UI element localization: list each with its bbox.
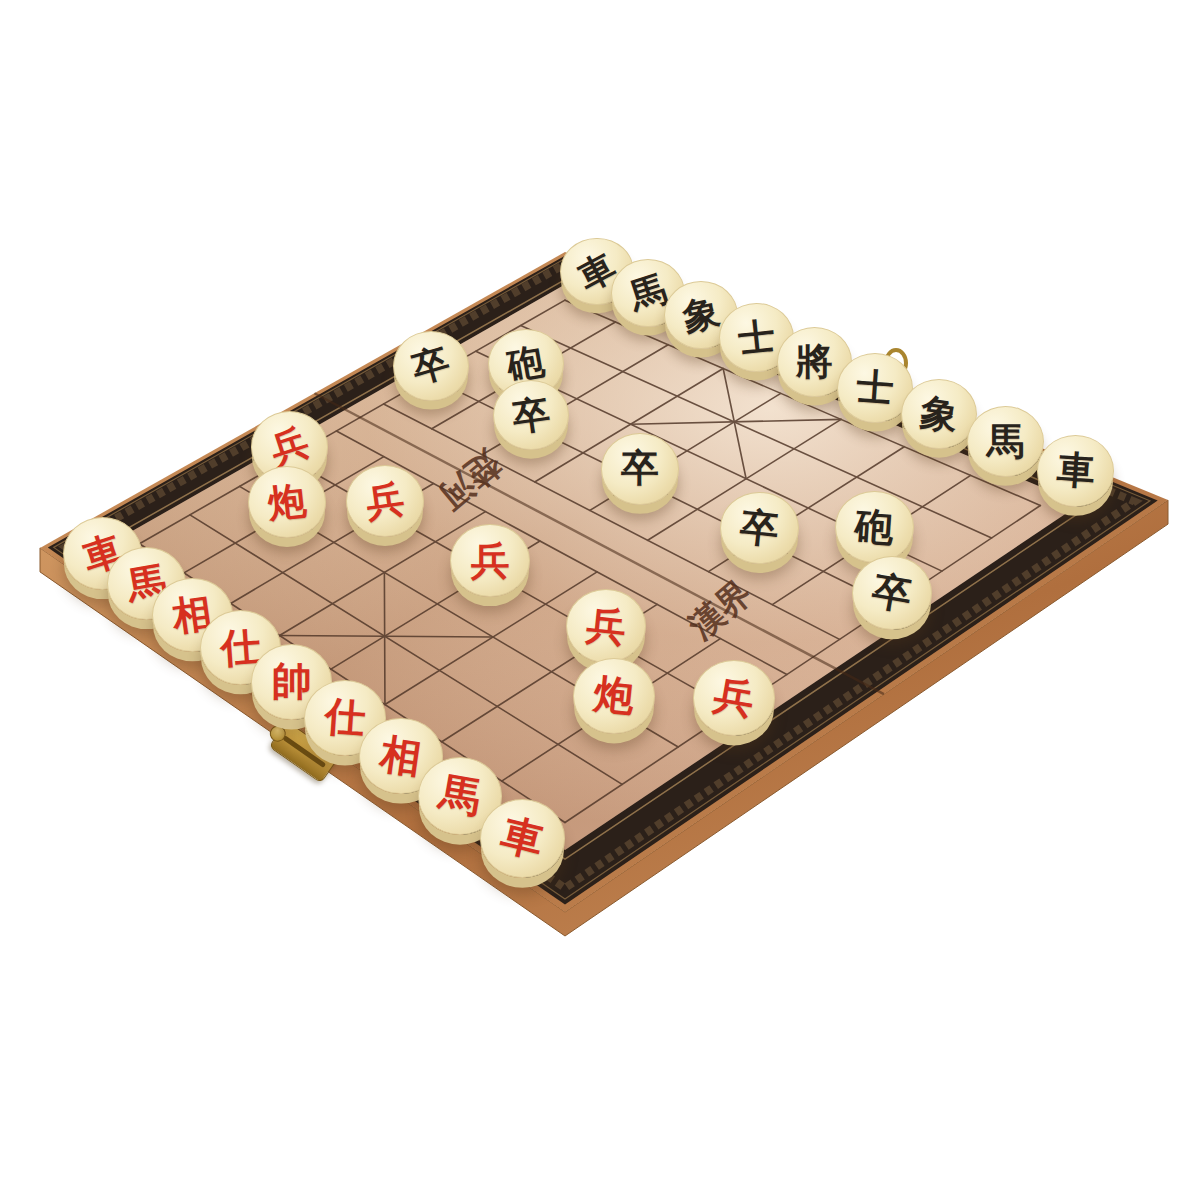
xiangqi-board: 楚河漢界中国象棋 CHINESE CHESS No.9132: [0, 0, 1200, 1200]
scene: 楚河漢界中国象棋 CHINESE CHESS No.9132 車馬象士將砲卒士象…: [0, 0, 1200, 1200]
brass-ring-icon: [884, 348, 908, 378]
